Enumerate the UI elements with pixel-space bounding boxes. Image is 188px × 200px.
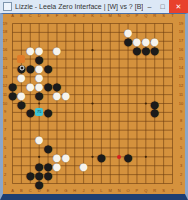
star-point xyxy=(91,49,93,51)
black-stone-D1[interactable]: ● xyxy=(35,179,44,188)
white-stone-F16[interactable]: ● xyxy=(52,46,61,55)
col-label: Q xyxy=(144,14,147,18)
col-label: B xyxy=(20,14,23,18)
white-stone-B13[interactable]: ● xyxy=(17,72,26,81)
row-label: 17 xyxy=(179,39,183,43)
col-label: G xyxy=(64,189,67,193)
star-point xyxy=(38,102,40,104)
col-label: L xyxy=(100,189,102,193)
row-label: 18 xyxy=(3,30,7,34)
row-label: 12 xyxy=(3,84,7,88)
col-label: N xyxy=(118,189,121,193)
white-stone-D12[interactable]: ● xyxy=(35,81,44,90)
row-label: 6 xyxy=(4,137,6,141)
col-label: F xyxy=(56,14,58,18)
white-stone-Q17[interactable]: ● xyxy=(141,37,150,46)
col-label: J xyxy=(83,14,85,18)
row-label: 13 xyxy=(3,75,7,79)
col-label: M xyxy=(109,189,112,193)
title-bar[interactable]: Lizzie - Leela Zero Interface | [W] vs ?… xyxy=(0,0,188,13)
white-stone-C16[interactable]: ● xyxy=(26,46,35,55)
black-stone-E12[interactable]: ● xyxy=(44,81,53,90)
row-label: 2 xyxy=(4,173,6,177)
candidate-move-B15[interactable] xyxy=(17,55,25,63)
black-stone-L4[interactable]: ● xyxy=(97,152,106,161)
maximize-button[interactable]: □ xyxy=(156,0,169,13)
row-label: 6 xyxy=(180,137,182,141)
row-label: 7 xyxy=(4,128,6,132)
row-label: 10 xyxy=(3,102,7,106)
black-stone-C14[interactable]: ● xyxy=(26,63,35,72)
row-label: 5 xyxy=(180,146,182,150)
col-label: P xyxy=(136,189,139,193)
row-label: 14 xyxy=(3,66,7,70)
row-label: 18 xyxy=(179,30,183,34)
col-label: E xyxy=(47,14,50,18)
row-label: 9 xyxy=(4,110,6,114)
row-label: 8 xyxy=(180,119,182,123)
col-label: R xyxy=(153,14,156,18)
col-label: O xyxy=(126,189,129,193)
row-label: 2 xyxy=(180,173,182,177)
col-label: H xyxy=(73,14,76,18)
row-label: 19 xyxy=(3,22,7,26)
col-label: K xyxy=(91,14,94,18)
row-label: 4 xyxy=(4,155,6,159)
col-label: Q xyxy=(144,189,147,193)
black-stone-E2[interactable]: ● xyxy=(44,170,53,179)
white-stone-F3[interactable]: ● xyxy=(52,161,61,170)
star-point xyxy=(91,156,93,158)
row-label: 3 xyxy=(180,164,182,168)
star-point xyxy=(145,156,147,158)
row-label: 15 xyxy=(179,57,183,61)
col-label: T xyxy=(171,189,173,193)
black-stone-R16[interactable]: ● xyxy=(150,46,159,55)
col-label: C xyxy=(29,189,32,193)
star-point xyxy=(145,102,147,104)
col-label: G xyxy=(64,14,67,18)
white-stone-F11[interactable]: ● xyxy=(52,90,61,99)
col-label: N xyxy=(118,14,121,18)
star-point xyxy=(91,102,93,104)
lizzie-window: Lizzie - Leela Zero Interface | [W] vs ?… xyxy=(0,0,188,200)
star-point xyxy=(38,156,40,158)
col-label: C xyxy=(29,14,32,18)
app-icon xyxy=(3,2,12,11)
row-label: 7 xyxy=(180,128,182,132)
close-button[interactable]: ✕ xyxy=(169,0,188,13)
row-label: 15 xyxy=(3,57,7,61)
white-stone-P17[interactable]: ● xyxy=(132,37,141,46)
col-label: B xyxy=(20,189,23,193)
black-stone-D11[interactable]: ● xyxy=(35,90,44,99)
black-stone-A11[interactable]: ● xyxy=(8,90,17,99)
col-label: P xyxy=(136,14,139,18)
col-label: H xyxy=(73,189,76,193)
black-stone-E14[interactable]: ● xyxy=(44,63,53,72)
black-stone-P16[interactable]: ● xyxy=(132,46,141,55)
row-label: 9 xyxy=(180,110,182,114)
white-stone-B11[interactable]: ● xyxy=(17,90,26,99)
row-label: 1 xyxy=(4,182,6,186)
black-stone-E9[interactable]: ● xyxy=(44,108,53,117)
white-stone-G4[interactable]: ● xyxy=(61,152,70,161)
minimize-button[interactable]: – xyxy=(143,0,156,13)
col-label: J xyxy=(83,189,85,193)
col-label: M xyxy=(109,14,112,18)
row-label: 13 xyxy=(179,75,183,79)
col-label: F xyxy=(56,189,58,193)
board-grid[interactable]: ●●●●●●●●●●●●●●●●●●●●●●●●●●●●●●●●●●●●●●●●… xyxy=(8,19,177,188)
col-label: E xyxy=(47,189,50,193)
col-label: T xyxy=(171,14,173,18)
window-content: ●●●●●●●●●●●●●●●●●●●●●●●●●●●●●●●●●●●●●●●●… xyxy=(0,13,188,200)
white-stone-R17[interactable]: ● xyxy=(150,37,159,46)
row-label: 3 xyxy=(4,164,6,168)
col-label: S xyxy=(162,14,165,18)
row-label: 14 xyxy=(179,66,183,70)
go-board[interactable]: ●●●●●●●●●●●●●●●●●●●●●●●●●●●●●●●●●●●●●●●●… xyxy=(3,14,185,194)
col-label: A xyxy=(11,189,14,193)
col-label: L xyxy=(100,14,102,18)
black-stone-O4[interactable]: ● xyxy=(124,152,133,161)
row-label: 17 xyxy=(3,39,7,43)
col-label: D xyxy=(38,14,41,18)
row-label: 4 xyxy=(180,155,182,159)
col-label: S xyxy=(162,189,165,193)
black-stone-C2[interactable]: ● xyxy=(26,170,35,179)
black-stone-Q16[interactable]: ● xyxy=(141,46,150,55)
white-stone-J3[interactable]: ● xyxy=(79,161,88,170)
black-stone-C9[interactable]: ● xyxy=(26,108,35,117)
white-stone-C12[interactable]: ● xyxy=(26,81,35,90)
candidate-move-N4[interactable] xyxy=(117,155,121,159)
row-label: 1 xyxy=(180,182,182,186)
white-stone-D16[interactable]: ● xyxy=(35,46,44,55)
black-stone-R9[interactable]: ● xyxy=(150,108,159,117)
candidate-move-D9[interactable]: 75 xyxy=(35,108,43,116)
window-title: Lizzie - Leela Zero Interface | [W] vs ?… xyxy=(15,0,143,13)
black-stone-B10[interactable]: ● xyxy=(17,99,26,108)
row-label: 8 xyxy=(4,119,6,123)
last-move-marker xyxy=(19,66,24,71)
white-stone-G11[interactable]: ● xyxy=(61,90,70,99)
col-label: D xyxy=(38,189,41,193)
row-label: 16 xyxy=(179,48,183,52)
col-label: A xyxy=(11,14,14,18)
row-label: 11 xyxy=(3,93,7,97)
black-stone-E5[interactable]: ● xyxy=(44,143,53,152)
white-stone-D6[interactable]: ● xyxy=(35,135,44,144)
col-label: R xyxy=(153,189,156,193)
col-label: K xyxy=(91,189,94,193)
col-label: O xyxy=(126,14,129,18)
row-label: 10 xyxy=(179,102,183,106)
row-label: 5 xyxy=(4,146,6,150)
row-label: 11 xyxy=(179,93,183,97)
row-label: 16 xyxy=(3,48,7,52)
row-label: 19 xyxy=(179,22,183,26)
white-stone-O18[interactable]: ● xyxy=(124,28,133,37)
row-label: 12 xyxy=(179,84,183,88)
black-stone-O17[interactable]: ● xyxy=(124,37,133,46)
